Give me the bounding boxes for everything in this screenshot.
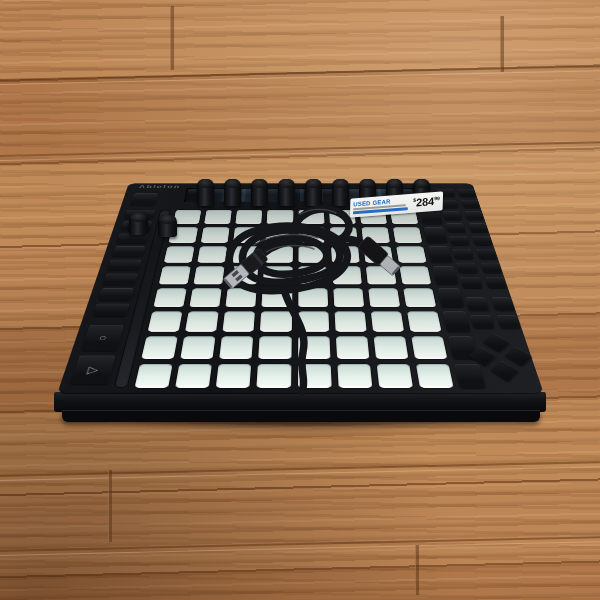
pad-r2c6[interactable] [330, 227, 358, 242]
price-tag-price: $28499 [413, 196, 440, 209]
left-function-button-3[interactable] [116, 234, 149, 244]
pad-r4c4[interactable] [263, 266, 292, 284]
pad-r7c7[interactable] [373, 336, 408, 358]
scene-button-3[interactable] [428, 246, 453, 263]
pad-r4c5[interactable] [298, 266, 327, 284]
scene-button-6[interactable] [442, 311, 470, 332]
arrow-right-button[interactable] [504, 346, 532, 366]
pad-r6c2[interactable] [185, 311, 219, 332]
pad-r3c2[interactable] [197, 246, 227, 263]
pad-r8c7[interactable] [376, 364, 413, 388]
pad-r2c7[interactable] [361, 227, 390, 242]
pad-r5c2[interactable] [189, 288, 221, 307]
top-encoder-3[interactable] [251, 179, 268, 206]
pad-r7c4[interactable] [259, 336, 292, 358]
right-grid-button-7[interactable] [445, 223, 465, 232]
pad-r2c3[interactable] [233, 227, 261, 242]
pad-r6c4[interactable] [260, 311, 291, 332]
pad-r8c2[interactable] [175, 364, 212, 388]
right-grid-button-11[interactable] [452, 249, 473, 259]
arrow-left-button[interactable] [468, 346, 496, 366]
left-function-button-4[interactable] [112, 246, 146, 256]
left-encoder-2[interactable] [158, 215, 177, 237]
pad-r3c3[interactable] [231, 246, 260, 263]
pad-r7c2[interactable] [180, 336, 215, 358]
scene-button-2[interactable] [424, 227, 448, 242]
pad-r1c1[interactable] [173, 210, 202, 224]
pad-r5c1[interactable] [153, 288, 187, 307]
quad-button-cluster [465, 297, 521, 328]
play-icon: ▷ [87, 365, 100, 375]
right-grid-button-4[interactable] [461, 200, 480, 209]
pad-r4c6[interactable] [332, 266, 362, 284]
pad-r8c4[interactable] [257, 364, 291, 388]
left-function-button-6[interactable] [103, 274, 138, 285]
pad-r1c4[interactable] [267, 210, 293, 224]
record-icon: ○ [98, 333, 109, 342]
pad-r5c6[interactable] [333, 288, 364, 307]
top-encoder-5[interactable] [305, 179, 322, 206]
pad-r8c3[interactable] [216, 364, 252, 388]
pad-r6c6[interactable] [334, 311, 366, 332]
pad-r5c8[interactable] [403, 288, 436, 307]
right-grid-button-12[interactable] [476, 249, 497, 259]
pad-r7c1[interactable] [141, 336, 178, 358]
pad-r3c5[interactable] [298, 246, 326, 263]
right-grid-button-8[interactable] [468, 223, 488, 232]
right-grid-button-5[interactable] [442, 211, 461, 220]
arrow-down-button[interactable] [490, 360, 519, 381]
pad-r4c8[interactable] [399, 266, 431, 284]
scene-button-5[interactable] [437, 288, 464, 307]
pad-r3c1[interactable] [164, 246, 195, 263]
pad-r5c4[interactable] [262, 288, 292, 307]
pad-r8c1[interactable] [134, 364, 172, 388]
record-button[interactable]: ○ [81, 325, 124, 351]
pad-r8c8[interactable] [416, 364, 454, 388]
quad-button-1[interactable] [465, 297, 488, 310]
plank-joint [108, 470, 112, 542]
plank-joint [500, 16, 504, 72]
tap-tempo-button[interactable] [130, 193, 158, 205]
pad-r6c1[interactable] [148, 311, 183, 332]
left-encoder-1[interactable] [129, 213, 148, 235]
price-tag-text-block: USED GEAR [353, 197, 410, 215]
right-grid-button-14[interactable] [480, 263, 502, 274]
pad-r4c1[interactable] [159, 266, 191, 284]
top-encoder-6[interactable] [332, 179, 349, 206]
scene-button-4[interactable] [432, 266, 458, 284]
pad-r8c5[interactable] [298, 364, 332, 388]
plank-joint [415, 545, 419, 595]
pad-r3c7[interactable] [363, 246, 393, 263]
pad-r4c2[interactable] [194, 266, 225, 284]
pad-r6c3[interactable] [223, 311, 256, 332]
pad-r2c4[interactable] [266, 227, 293, 242]
pad-r6c8[interactable] [407, 311, 442, 332]
left-function-button-8[interactable] [92, 304, 129, 317]
pad-r3c4[interactable] [264, 246, 292, 263]
left-function-button-7[interactable] [98, 288, 134, 300]
play-button[interactable]: ▷ [70, 356, 115, 385]
right-grid-button-15[interactable] [460, 277, 482, 288]
right-grid-button-9[interactable] [449, 236, 469, 246]
quad-button-3[interactable] [470, 315, 494, 329]
pad-r5c7[interactable] [368, 288, 400, 307]
device-base [62, 410, 540, 422]
quad-button-2[interactable] [491, 297, 515, 310]
pad-r6c7[interactable] [371, 311, 404, 332]
pad-r8c6[interactable] [337, 364, 372, 388]
top-encoder-4[interactable] [278, 179, 295, 206]
plank-joint [170, 6, 174, 70]
pad-r5c3[interactable] [226, 288, 257, 307]
photo-stage: { "game": "ableton-push-8x8-pad-grid-con… [0, 0, 600, 600]
right-grid-button-13[interactable] [456, 263, 478, 274]
top-encoder-1[interactable] [197, 179, 214, 206]
device-front-face [54, 392, 546, 412]
right-grid-button-10[interactable] [472, 236, 493, 246]
pad-r3c8[interactable] [396, 246, 427, 263]
pad-r1c3[interactable] [235, 210, 262, 224]
left-function-button-5[interactable] [107, 260, 141, 271]
pad-r6c5[interactable] [298, 311, 329, 332]
pad-r1c2[interactable] [204, 210, 232, 224]
pad-r1c5[interactable] [298, 210, 324, 224]
top-encoder-2[interactable] [224, 179, 241, 206]
pad-r7c6[interactable] [336, 336, 370, 358]
pad-grid [134, 210, 453, 388]
pad-r2c8[interactable] [393, 227, 423, 242]
pad-r3c6[interactable] [331, 246, 360, 263]
pad-r4c7[interactable] [366, 266, 397, 284]
pad-r7c3[interactable] [219, 336, 253, 358]
pad-r4c3[interactable] [228, 266, 258, 284]
pad-r5c5[interactable] [298, 288, 328, 307]
pad-r2c5[interactable] [298, 227, 325, 242]
pad-r7c8[interactable] [411, 336, 447, 358]
pad-r7c5[interactable] [298, 336, 330, 358]
right-grid-button-6[interactable] [464, 211, 484, 220]
right-grid-button-2[interactable] [457, 189, 476, 197]
arrow-button-cluster [466, 335, 538, 381]
quad-button-4[interactable] [496, 315, 521, 329]
pad-r2c2[interactable] [201, 227, 230, 242]
right-grid-button-16[interactable] [485, 277, 508, 288]
